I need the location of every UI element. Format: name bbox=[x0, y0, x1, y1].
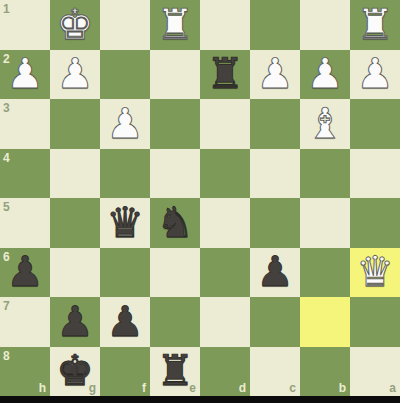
square-f5[interactable]: ♛ bbox=[100, 198, 150, 248]
rank-label-1: 1 bbox=[3, 2, 10, 16]
square-c3[interactable] bbox=[250, 99, 300, 149]
square-h8[interactable]: 8h bbox=[0, 347, 50, 397]
rank-label-8: 8 bbox=[3, 349, 10, 363]
black-queen[interactable]: ♛ bbox=[100, 198, 150, 248]
square-h6[interactable]: 6♟ bbox=[0, 248, 50, 298]
square-e1[interactable]: ♜ bbox=[150, 0, 200, 50]
white-king[interactable]: ♚ bbox=[50, 0, 100, 50]
square-f6[interactable] bbox=[100, 248, 150, 298]
white-rook[interactable]: ♜ bbox=[150, 0, 200, 50]
square-e7[interactable] bbox=[150, 297, 200, 347]
black-pawn[interactable]: ♟ bbox=[250, 248, 300, 298]
square-c6[interactable]: ♟ bbox=[250, 248, 300, 298]
file-label-b: b bbox=[339, 381, 346, 395]
file-label-c: c bbox=[289, 381, 296, 395]
square-h4[interactable]: 4 bbox=[0, 149, 50, 199]
white-pawn[interactable]: ♟ bbox=[100, 99, 150, 149]
white-bishop[interactable]: ♝ bbox=[300, 99, 350, 149]
square-b1[interactable] bbox=[300, 0, 350, 50]
file-label-h: h bbox=[39, 381, 46, 395]
square-a5[interactable] bbox=[350, 198, 400, 248]
square-g3[interactable] bbox=[50, 99, 100, 149]
square-b7[interactable] bbox=[300, 297, 350, 347]
square-a6[interactable]: ♛ bbox=[350, 248, 400, 298]
square-b3[interactable]: ♝ bbox=[300, 99, 350, 149]
white-pawn[interactable]: ♟ bbox=[300, 50, 350, 100]
square-d6[interactable] bbox=[200, 248, 250, 298]
square-f7[interactable]: ♟ bbox=[100, 297, 150, 347]
square-f8[interactable]: f bbox=[100, 347, 150, 397]
square-d5[interactable] bbox=[200, 198, 250, 248]
square-b8[interactable]: b bbox=[300, 347, 350, 397]
square-a8[interactable]: a bbox=[350, 347, 400, 397]
square-d1[interactable] bbox=[200, 0, 250, 50]
square-g6[interactable] bbox=[50, 248, 100, 298]
square-h3[interactable]: 3 bbox=[0, 99, 50, 149]
rank-label-3: 3 bbox=[3, 101, 10, 115]
square-b5[interactable] bbox=[300, 198, 350, 248]
square-b4[interactable] bbox=[300, 149, 350, 199]
square-g2[interactable]: ♟ bbox=[50, 50, 100, 100]
square-h5[interactable]: 5 bbox=[0, 198, 50, 248]
square-d2[interactable]: ♜ bbox=[200, 50, 250, 100]
square-e6[interactable] bbox=[150, 248, 200, 298]
file-label-f: f bbox=[142, 381, 146, 395]
square-h1[interactable]: 1 bbox=[0, 0, 50, 50]
file-label-d: d bbox=[239, 381, 246, 395]
square-c1[interactable] bbox=[250, 0, 300, 50]
chess-app: 1♚♜♜2♟♟♜♟♟♟3♟♝45♛♞6♟♟♛7♟♟8hg♚fe♜dcba bbox=[0, 0, 400, 403]
square-c5[interactable] bbox=[250, 198, 300, 248]
square-g8[interactable]: g♚ bbox=[50, 347, 100, 397]
rank-label-5: 5 bbox=[3, 200, 10, 214]
square-e3[interactable] bbox=[150, 99, 200, 149]
chess-board: 1♚♜♜2♟♟♜♟♟♟3♟♝45♛♞6♟♟♛7♟♟8hg♚fe♜dcba bbox=[0, 0, 400, 396]
square-g1[interactable]: ♚ bbox=[50, 0, 100, 50]
square-d3[interactable] bbox=[200, 99, 250, 149]
white-queen[interactable]: ♛ bbox=[350, 248, 400, 298]
white-pawn[interactable]: ♟ bbox=[350, 50, 400, 100]
square-f3[interactable]: ♟ bbox=[100, 99, 150, 149]
black-knight[interactable]: ♞ bbox=[150, 198, 200, 248]
square-a7[interactable] bbox=[350, 297, 400, 347]
white-pawn[interactable]: ♟ bbox=[250, 50, 300, 100]
rank-label-4: 4 bbox=[3, 151, 10, 165]
square-c7[interactable] bbox=[250, 297, 300, 347]
square-e4[interactable] bbox=[150, 149, 200, 199]
bottom-bar bbox=[0, 396, 400, 403]
black-rook[interactable]: ♜ bbox=[150, 347, 200, 397]
square-h2[interactable]: 2♟ bbox=[0, 50, 50, 100]
square-c4[interactable] bbox=[250, 149, 300, 199]
white-rook[interactable]: ♜ bbox=[350, 0, 400, 50]
black-pawn[interactable]: ♟ bbox=[0, 248, 50, 298]
black-pawn[interactable]: ♟ bbox=[100, 297, 150, 347]
black-king[interactable]: ♚ bbox=[50, 347, 100, 397]
square-g4[interactable] bbox=[50, 149, 100, 199]
rank-label-7: 7 bbox=[3, 299, 10, 313]
square-e2[interactable] bbox=[150, 50, 200, 100]
white-pawn[interactable]: ♟ bbox=[50, 50, 100, 100]
square-e8[interactable]: e♜ bbox=[150, 347, 200, 397]
file-label-a: a bbox=[389, 381, 396, 395]
square-g7[interactable]: ♟ bbox=[50, 297, 100, 347]
square-a1[interactable]: ♜ bbox=[350, 0, 400, 50]
square-a2[interactable]: ♟ bbox=[350, 50, 400, 100]
square-b6[interactable] bbox=[300, 248, 350, 298]
square-d7[interactable] bbox=[200, 297, 250, 347]
square-g5[interactable] bbox=[50, 198, 100, 248]
square-a3[interactable] bbox=[350, 99, 400, 149]
black-pawn[interactable]: ♟ bbox=[50, 297, 100, 347]
square-e5[interactable]: ♞ bbox=[150, 198, 200, 248]
square-f4[interactable] bbox=[100, 149, 150, 199]
square-a4[interactable] bbox=[350, 149, 400, 199]
square-f1[interactable] bbox=[100, 0, 150, 50]
square-f2[interactable] bbox=[100, 50, 150, 100]
black-rook[interactable]: ♜ bbox=[200, 50, 250, 100]
square-c2[interactable]: ♟ bbox=[250, 50, 300, 100]
square-d4[interactable] bbox=[200, 149, 250, 199]
square-c8[interactable]: c bbox=[250, 347, 300, 397]
white-pawn[interactable]: ♟ bbox=[0, 50, 50, 100]
square-d8[interactable]: d bbox=[200, 347, 250, 397]
square-h7[interactable]: 7 bbox=[0, 297, 50, 347]
square-b2[interactable]: ♟ bbox=[300, 50, 350, 100]
